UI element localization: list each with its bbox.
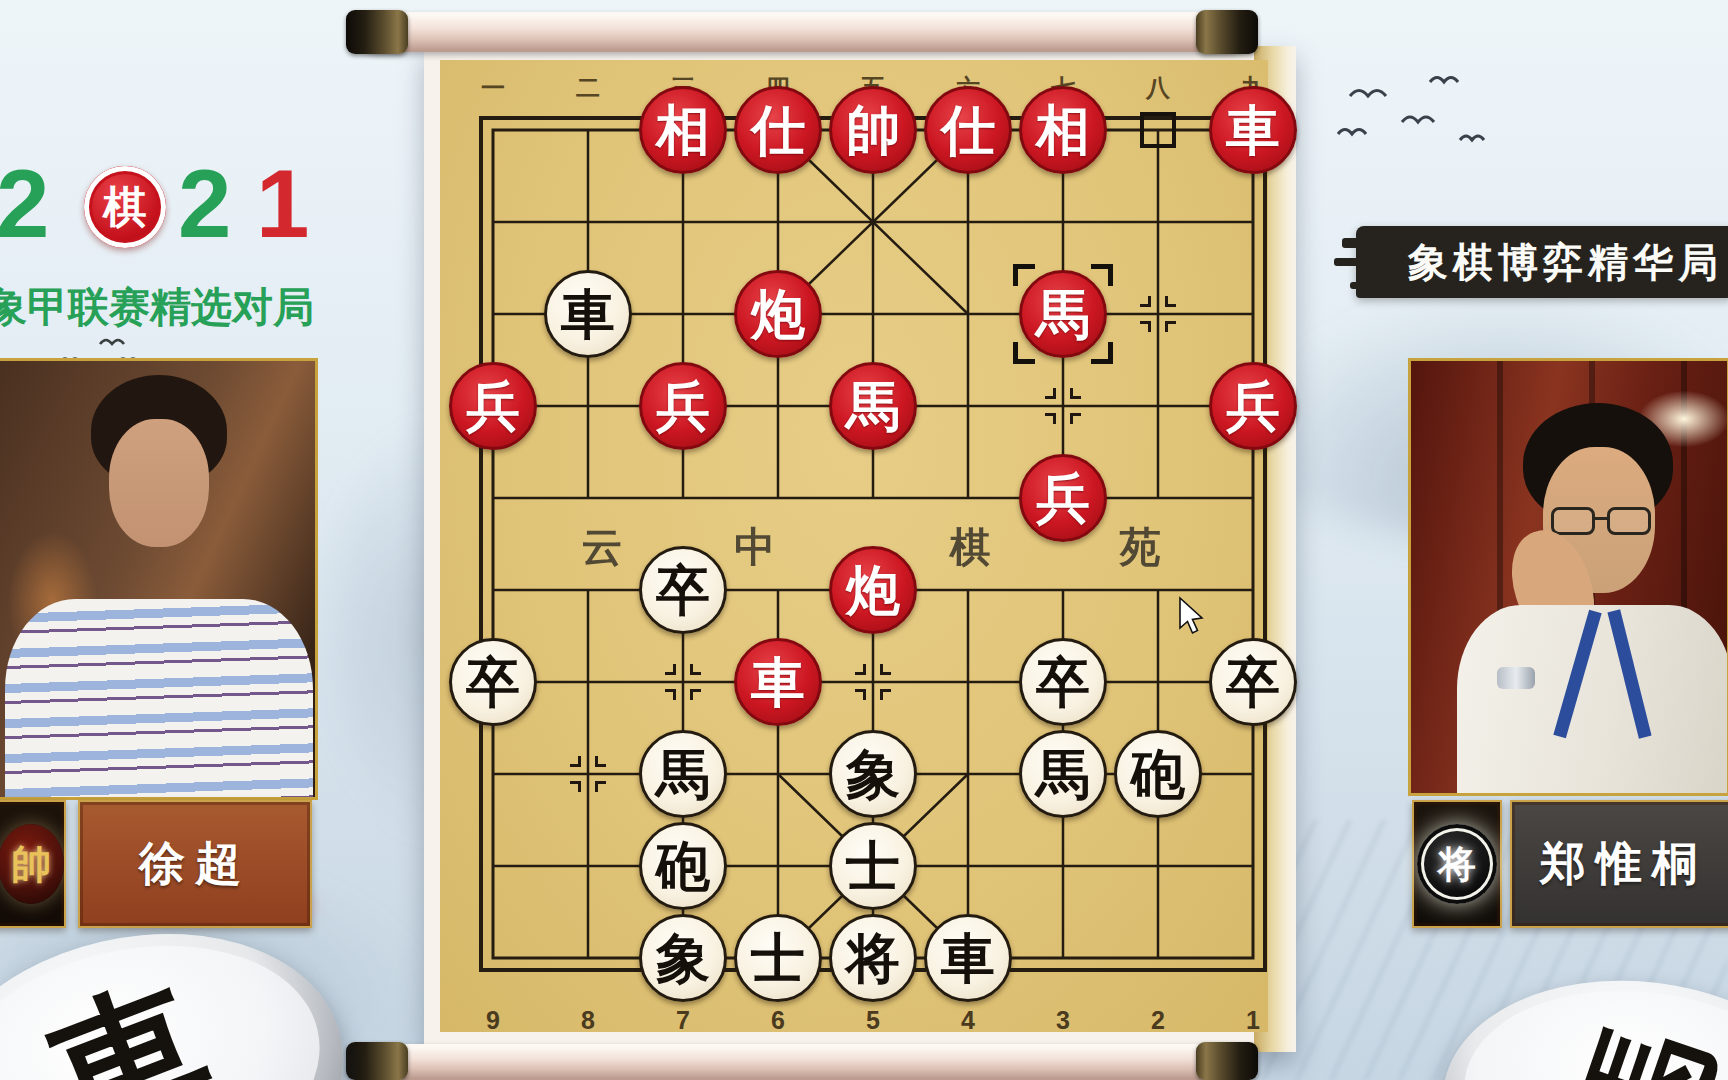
piece-red-帥-c5r1[interactable]: 帥 — [829, 86, 917, 174]
river-inscription: 苑 — [1116, 520, 1164, 575]
logo-digit: 1 — [256, 158, 309, 250]
scroll-bottom-roller — [358, 1044, 1250, 1080]
file-label-bottom: 8 — [572, 1006, 604, 1035]
piece-red-兵-c3r4[interactable]: 兵 — [639, 362, 727, 450]
scroll-top-roller — [358, 12, 1250, 52]
jiang-piece-icon: 将 — [1417, 824, 1497, 904]
file-label-bottom: 4 — [952, 1006, 984, 1035]
file-label-bottom: 7 — [667, 1006, 699, 1035]
river-inscription: 棋 — [946, 520, 994, 575]
title-banner: 象棋博弈精华局 — — [1356, 226, 1728, 298]
piece-red-相-c7r1[interactable]: 相 — [1019, 86, 1107, 174]
mouse-cursor — [1178, 596, 1208, 636]
player-photo-red — [0, 358, 318, 800]
red-player-name: 徐超 — [139, 833, 251, 895]
ink-splatter — [1342, 238, 1368, 248]
river-inscription: 中 — [731, 520, 779, 575]
banner-text: 象棋博弈精华局 — [1356, 235, 1723, 290]
piece-black-車-c2r3[interactable]: 車 — [544, 270, 632, 358]
file-label-bottom: 2 — [1142, 1006, 1174, 1035]
file-label-bottom: 5 — [857, 1006, 889, 1035]
file-label-top: 一 — [477, 72, 509, 104]
black-side-badge: 将 — [1412, 800, 1502, 928]
file-label-bottom: 3 — [1047, 1006, 1079, 1035]
piece-black-卒-c9r7[interactable]: 卒 — [1209, 638, 1297, 726]
logo-digit: 2 — [0, 158, 49, 250]
red-side-badge: 帥 — [0, 800, 66, 928]
file-label-top: 八 — [1142, 72, 1174, 104]
piece-black-車-c6r10[interactable]: 車 — [924, 914, 1012, 1002]
piece-red-兵-c9r4[interactable]: 兵 — [1209, 362, 1297, 450]
point-marker — [665, 664, 701, 700]
piece-black-象-c3r10[interactable]: 象 — [639, 914, 727, 1002]
broadcast-frame: 一二三四五六七八九987654321云中棋苑相仕帥仕相車車炮馬兵兵馬兵兵卒炮卒車… — [0, 0, 1728, 1080]
piece-red-車-c4r7[interactable]: 車 — [734, 638, 822, 726]
glasses-icon — [1607, 507, 1651, 535]
piece-black-卒-c7r7[interactable]: 卒 — [1019, 638, 1107, 726]
piece-black-馬-c7r8[interactable]: 馬 — [1019, 730, 1107, 818]
piece-black-卒-c1r7[interactable]: 卒 — [449, 638, 537, 726]
file-label-bottom: 6 — [762, 1006, 794, 1035]
player-face — [109, 419, 209, 547]
piece-black-士-c4r10[interactable]: 士 — [734, 914, 822, 1002]
piece-black-馬-c3r8[interactable]: 馬 — [639, 730, 727, 818]
file-label-top: 二 — [572, 72, 604, 104]
player-shirt — [5, 599, 313, 800]
logo-digit: 2 — [178, 158, 231, 250]
glasses-icon — [1551, 507, 1595, 535]
piece-red-兵-c1r4[interactable]: 兵 — [449, 362, 537, 450]
piece-red-馬-c5r4[interactable]: 馬 — [829, 362, 917, 450]
qi-seal-icon: 棋 — [84, 166, 166, 248]
event-tagline: 象甲联赛精选对局 — [0, 280, 326, 335]
last-move-origin-marker — [1140, 112, 1176, 148]
piece-black-卒-c3r6[interactable]: 卒 — [639, 546, 727, 634]
piece-red-車-c9r1[interactable]: 車 — [1209, 86, 1297, 174]
piece-black-将-c5r10[interactable]: 将 — [829, 914, 917, 1002]
river-inscription: 云 — [578, 520, 626, 575]
piece-red-炮-c4r3[interactable]: 炮 — [734, 270, 822, 358]
file-label-bottom: 1 — [1237, 1006, 1269, 1035]
roller-cap — [1196, 1042, 1258, 1080]
piece-red-炮-c5r6[interactable]: 炮 — [829, 546, 917, 634]
point-marker — [855, 664, 891, 700]
selected-piece-brackets — [1013, 264, 1113, 364]
piece-black-士-c5r9[interactable]: 士 — [829, 822, 917, 910]
birds-icon — [1310, 52, 1510, 162]
roller-cap — [1196, 10, 1258, 54]
ink-splatter — [1334, 258, 1368, 266]
player-photo-black — [1408, 358, 1728, 796]
piece-red-仕-c4r1[interactable]: 仕 — [734, 86, 822, 174]
ink-splatter — [1350, 282, 1370, 289]
point-marker — [570, 756, 606, 792]
event-logo: 2 棋 2 1 — [0, 158, 328, 258]
piece-black-砲-c3r9[interactable]: 砲 — [639, 822, 727, 910]
piece-black-象-c5r8[interactable]: 象 — [829, 730, 917, 818]
glasses-bridge — [1595, 517, 1609, 520]
piece-red-仕-c6r1[interactable]: 仕 — [924, 86, 1012, 174]
roller-cap — [346, 10, 408, 54]
file-label-bottom: 9 — [477, 1006, 509, 1035]
point-marker — [1140, 296, 1176, 332]
piece-black-砲-c8r8[interactable]: 砲 — [1114, 730, 1202, 818]
wrist-watch — [1497, 667, 1535, 689]
piece-red-兵-c7r5[interactable]: 兵 — [1019, 454, 1107, 542]
piece-red-相-c3r1[interactable]: 相 — [639, 86, 727, 174]
point-marker — [1045, 388, 1081, 424]
shuai-piece-icon: 帥 — [0, 824, 64, 904]
